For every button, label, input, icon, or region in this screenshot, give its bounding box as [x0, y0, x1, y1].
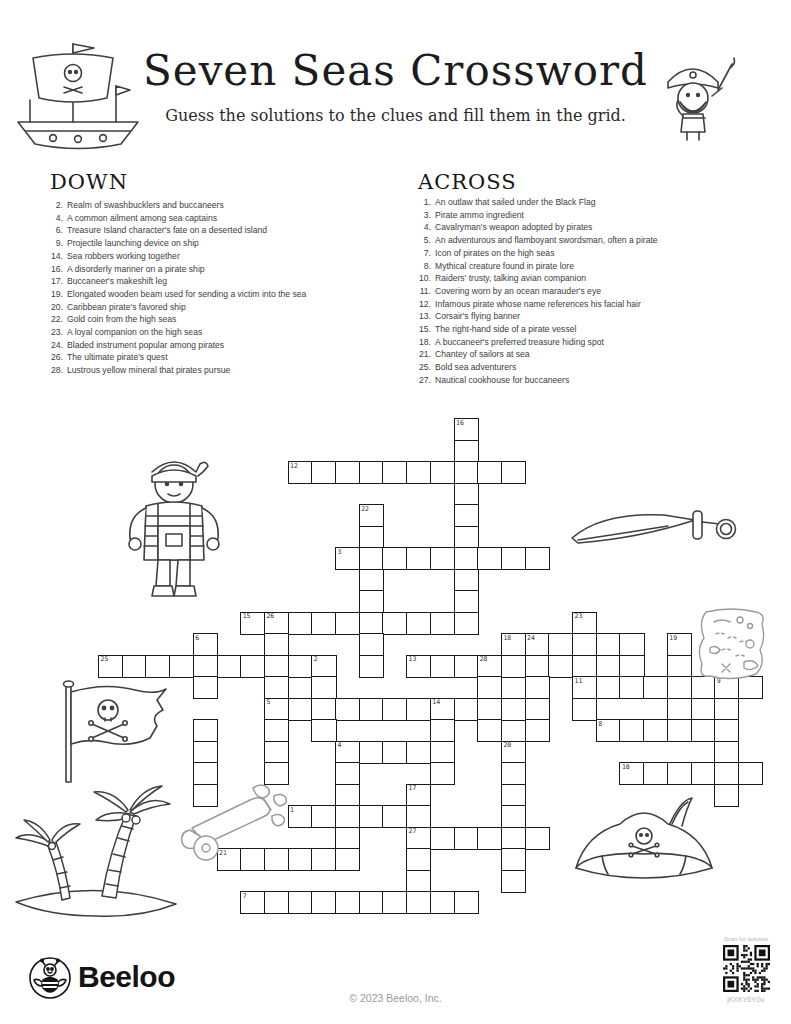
clue-number: 14.	[50, 250, 63, 263]
crossword-cell[interactable]	[667, 762, 692, 785]
crossword-cell[interactable]	[454, 612, 479, 635]
cannon-illustration	[176, 780, 294, 862]
crossword-cell[interactable]	[169, 655, 194, 678]
crossword-cell[interactable]	[691, 762, 716, 785]
clue-text: Projectile launching device on ship	[67, 237, 199, 250]
crossword-cell[interactable]	[501, 827, 526, 850]
crossword-cell[interactable]	[454, 483, 479, 506]
crossword-cell[interactable]: 20	[501, 741, 526, 764]
crossword-cell[interactable]	[311, 461, 336, 484]
crossword-cell[interactable]	[311, 612, 336, 635]
clue-item: 6.Treasure Island character's fate on a …	[50, 224, 395, 237]
clue-text: The ultimate pirate's quest	[67, 351, 168, 364]
crossword-cell[interactable]	[572, 655, 597, 678]
crossword-cell[interactable]	[477, 461, 502, 484]
cell-number: 12	[290, 463, 298, 470]
crossword-cell[interactable]	[454, 655, 479, 678]
crossword-cell[interactable]	[525, 655, 550, 678]
clue-number: 5.	[418, 234, 431, 247]
crossword-cell[interactable]	[240, 655, 265, 678]
crossword-cell[interactable]: 4	[335, 741, 360, 764]
crossword-cell[interactable]	[643, 762, 668, 785]
crossword-cell[interactable]	[359, 698, 384, 721]
crossword-cell[interactable]	[477, 719, 502, 742]
clue-item: 17.Buccaneer's makeshift leg	[50, 275, 395, 288]
crossword-cell[interactable]	[643, 676, 668, 699]
crossword-cell[interactable]: 27	[406, 827, 431, 850]
cell-number: 26	[266, 613, 274, 620]
pirate-sailor-illustration	[108, 442, 240, 604]
crossword-cell[interactable]: 12	[288, 461, 313, 484]
clue-number: 8.	[418, 260, 431, 273]
clue-text: Bold sea adventurers	[435, 361, 516, 374]
cell-number: 11	[575, 678, 583, 685]
copyright-text: © 2023 Beeloo, Inc.	[0, 992, 791, 1004]
crossword-cell[interactable]: 3	[335, 547, 360, 570]
crossword-cell[interactable]	[430, 719, 455, 742]
clue-text: Cavalryman's weapon adopted by pirates	[435, 221, 592, 234]
crossword-cell[interactable]	[382, 461, 407, 484]
clue-number: 9.	[50, 237, 63, 250]
crossword-cell[interactable]	[667, 698, 692, 721]
crossword-cell[interactable]	[382, 698, 407, 721]
clue-text: Treasure Island character's fate on a de…	[67, 224, 267, 237]
clue-number: 2.	[50, 199, 63, 212]
clue-item: 18.A buccaneer's preferred treasure hidi…	[418, 336, 783, 349]
crossword-cell[interactable]	[619, 719, 644, 742]
cell-number: 7	[243, 893, 247, 900]
clue-number: 19.	[50, 288, 63, 301]
cell-number: 15	[243, 613, 251, 620]
clue-item: 2.Realm of swashbucklers and buccaneers	[50, 199, 395, 212]
crossword-cell[interactable]	[454, 461, 479, 484]
crossword-cell[interactable]	[430, 655, 455, 678]
clue-item: 25.Bold sea adventurers	[418, 361, 783, 374]
crossword-cell[interactable]	[454, 590, 479, 613]
down-clues-list: 2.Realm of swashbucklers and buccaneers4…	[50, 199, 395, 377]
cell-number: 8	[598, 721, 602, 728]
crossword-cell[interactable]: 11	[572, 676, 597, 699]
cell-number: 28	[480, 656, 488, 663]
clue-number: 4.	[50, 212, 63, 225]
crossword-cell[interactable]	[335, 805, 360, 828]
crossword-cell[interactable]: 16	[454, 418, 479, 441]
crossword-cell[interactable]	[454, 698, 479, 721]
crossword-cell[interactable]	[193, 741, 218, 764]
clue-item: 16.A disorderly mariner on a pirate ship	[50, 263, 395, 276]
crossword-cell[interactable]	[691, 719, 716, 742]
clue-number: 26.	[50, 351, 63, 364]
clue-number: 28.	[50, 364, 63, 377]
clue-number: 23.	[50, 326, 63, 339]
crossword-cell[interactable]	[454, 827, 479, 850]
crossword-cell[interactable]	[525, 719, 550, 742]
crossword-cell[interactable]	[311, 719, 336, 742]
crossword-cell[interactable]	[264, 633, 289, 656]
crossword-cell[interactable]	[619, 655, 644, 678]
cutlass-illustration	[568, 498, 743, 564]
crossword-cell[interactable]	[359, 655, 384, 678]
crossword-cell[interactable]: 22	[359, 504, 384, 527]
crossword-cell[interactable]	[430, 762, 455, 785]
clue-item: 24.Bladed instrument popular among pirat…	[50, 339, 395, 352]
clue-item: 3.Pirate ammo ingredient	[418, 209, 783, 222]
clue-item: 9.Projectile launching device on ship	[50, 237, 395, 250]
crossword-cell[interactable]	[359, 805, 384, 828]
crossword-cell[interactable]	[217, 655, 242, 678]
cell-number: 17	[409, 785, 417, 792]
crossword-cell[interactable]	[382, 547, 407, 570]
clue-number: 20.	[50, 301, 63, 314]
clue-item: 22.Gold coin from the high seas	[50, 313, 395, 326]
crossword-cell[interactable]: 13	[406, 655, 431, 678]
clue-text: A loyal companion on the high seas	[67, 326, 202, 339]
cell-number: 3	[338, 549, 342, 556]
crossword-cell[interactable]	[572, 698, 597, 721]
clue-text: The right-hand side of a pirate vessel	[435, 323, 576, 336]
crossword-cell[interactable]	[335, 891, 360, 914]
crossword-cell[interactable]	[288, 612, 313, 635]
clue-item: 20.Caribbean pirate's favored ship	[50, 301, 395, 314]
crossword-cell[interactable]	[406, 805, 431, 828]
clue-item: 11.Covering worn by an ocean marauder's …	[418, 285, 783, 298]
clue-item: 28.Lustrous yellow mineral that pirates …	[50, 364, 395, 377]
crossword-cell[interactable]	[145, 655, 170, 678]
crossword-cell[interactable]: 24	[525, 633, 550, 656]
crossword-cell[interactable]	[667, 655, 692, 678]
crossword-cell[interactable]	[596, 676, 621, 699]
crossword-cell[interactable]: 8	[596, 719, 621, 742]
crossword-cell[interactable]	[359, 590, 384, 613]
crossword-cell[interactable]	[477, 698, 502, 721]
clue-text: A buccaneer's preferred treasure hiding …	[435, 336, 604, 349]
crossword-cell[interactable]	[501, 870, 526, 893]
crossword-cell[interactable]	[454, 526, 479, 549]
crossword-cell[interactable]	[406, 891, 431, 914]
clue-item: 15.The right-hand side of a pirate vesse…	[418, 323, 783, 336]
clue-number: 18.	[418, 336, 431, 349]
crossword-cell[interactable]	[714, 698, 739, 721]
crossword-cell[interactable]: 28	[477, 655, 502, 678]
worksheet-page: Seven Seas Crossword Guess the solutions…	[0, 0, 791, 1024]
clue-number: 22.	[50, 313, 63, 326]
clue-text: Pirate ammo ingredient	[435, 209, 524, 222]
crossword-cell[interactable]	[525, 827, 550, 850]
clue-item: 5.An adventurous and flamboyant swordsma…	[418, 234, 783, 247]
crossword-cell[interactable]	[596, 655, 621, 678]
crossword-cell[interactable]	[193, 719, 218, 742]
clue-item: 21.Chantey of sailors at sea	[418, 348, 783, 361]
clue-text: Covering worn by an ocean marauder's eye	[435, 285, 601, 298]
crossword-cell[interactable]	[525, 676, 550, 699]
crossword-cell[interactable]	[382, 612, 407, 635]
crossword-cell[interactable]	[738, 762, 763, 785]
pirate-captain-illustration	[652, 50, 738, 142]
crossword-cell[interactable]: 17	[406, 784, 431, 807]
clue-text: Buccaneer's makeshift leg	[67, 275, 167, 288]
treasure-map-illustration	[692, 604, 772, 686]
crossword-cell[interactable]: 23	[572, 612, 597, 635]
crossword-cell[interactable]: 5	[264, 698, 289, 721]
crossword-cell[interactable]	[430, 612, 455, 635]
crossword-cell[interactable]	[454, 504, 479, 527]
cell-number: 13	[409, 656, 417, 663]
crossword-cell[interactable]	[454, 569, 479, 592]
crossword-cell[interactable]	[454, 547, 479, 570]
crossword-cell[interactable]	[643, 719, 668, 742]
crossword-cell[interactable]	[359, 633, 384, 656]
cell-number: 25	[101, 656, 109, 663]
crossword-cell[interactable]	[288, 655, 313, 678]
cell-number: 27	[409, 828, 417, 835]
cell-number: 20	[503, 742, 511, 749]
crossword-cell[interactable]: 19	[667, 633, 692, 656]
crossword-cell[interactable]	[454, 891, 479, 914]
crossword-cell[interactable]	[406, 848, 431, 871]
clue-number: 15.	[418, 323, 431, 336]
clue-number: 13.	[418, 310, 431, 323]
crossword-cell[interactable]	[359, 569, 384, 592]
clue-text: An adventurous and flamboyant swordsman,…	[435, 234, 658, 247]
crossword-cell[interactable]	[501, 848, 526, 871]
clue-text: Sea robbers working together	[67, 250, 180, 263]
clue-item: 10.Raiders' trusty, talking avian compan…	[418, 272, 783, 285]
crossword-cell[interactable]	[359, 547, 384, 570]
crossword-cell[interactable]	[359, 461, 384, 484]
crossword-cell[interactable]	[477, 676, 502, 699]
crossword-cell[interactable]	[122, 655, 147, 678]
down-clues-header: DOWN	[50, 170, 128, 194]
crossword-cell[interactable]	[335, 784, 360, 807]
crossword-cell[interactable]	[501, 784, 526, 807]
clue-text: Elongated wooden beam used for sending a…	[67, 288, 306, 301]
crossword-cell[interactable]	[359, 526, 384, 549]
crossword-cell[interactable]	[430, 891, 455, 914]
cell-number: 4	[338, 742, 342, 749]
clue-number: 3.	[418, 209, 431, 222]
solution-code: jKXKY6YGv	[700, 996, 791, 1003]
crossword-cell[interactable]	[430, 461, 455, 484]
crossword-cell[interactable]	[430, 547, 455, 570]
crossword-cell[interactable]	[548, 633, 573, 656]
crossword-cell[interactable]	[335, 461, 360, 484]
clue-text: Nautical cookhouse for buccaneers	[435, 374, 569, 387]
clue-item: 7.Icon of pirates on the high seas	[418, 247, 783, 260]
crossword-cell[interactable]: 14	[430, 698, 455, 721]
crossword-cell[interactable]: 26	[264, 612, 289, 635]
clue-text: A disorderly mariner on a pirate ship	[67, 263, 205, 276]
crossword-cell[interactable]	[714, 719, 739, 742]
crossword-cell[interactable]	[619, 633, 644, 656]
clue-text: Raiders' trusty, talking avian companion	[435, 272, 586, 285]
clue-item: 26.The ultimate pirate's quest	[50, 351, 395, 364]
clue-item: 27.Nautical cookhouse for buccaneers	[418, 374, 783, 387]
crossword-cell[interactable]	[454, 440, 479, 463]
cell-number: 16	[456, 420, 464, 427]
clue-number: 4.	[418, 221, 431, 234]
crossword-cell[interactable]: 2	[311, 655, 336, 678]
crossword-cell[interactable]: 7	[240, 891, 265, 914]
crossword-cell[interactable]	[335, 698, 360, 721]
crossword-cell[interactable]	[382, 891, 407, 914]
clue-text: A common ailment among sea captains	[67, 212, 217, 225]
cell-number: 24	[527, 635, 535, 642]
crossword-cell[interactable]	[406, 461, 431, 484]
clue-number: 27.	[418, 374, 431, 387]
clue-number: 17.	[50, 275, 63, 288]
crossword-cell[interactable]	[430, 827, 455, 850]
clue-number: 12.	[418, 298, 431, 311]
crossword-cell[interactable]: 18	[501, 633, 526, 656]
clue-item: 19.Elongated wooden beam used for sendin…	[50, 288, 395, 301]
crossword-cell[interactable]: 25	[98, 655, 123, 678]
clue-item: 13.Corsair's flying banner	[418, 310, 783, 323]
crossword-cell[interactable]	[288, 891, 313, 914]
pirate-hat-illustration	[568, 794, 720, 886]
crossword-cell[interactable]	[501, 805, 526, 828]
cell-number: 14	[432, 699, 440, 706]
crossword-cell[interactable]	[406, 741, 431, 764]
crossword-cell[interactable]	[501, 461, 526, 484]
crossword-cell[interactable]	[477, 547, 502, 570]
crossword-cell[interactable]	[311, 891, 336, 914]
palm-island-illustration	[10, 780, 182, 922]
crossword-cell[interactable]	[359, 741, 384, 764]
crossword-cell[interactable]	[667, 719, 692, 742]
crossword-cell[interactable]	[406, 612, 431, 635]
crossword-cell[interactable]	[501, 655, 526, 678]
crossword-cell[interactable]	[406, 547, 431, 570]
clue-item: 8.Mythical creature found in pirate lore	[418, 260, 783, 273]
crossword-cell[interactable]	[525, 698, 550, 721]
crossword-cell[interactable]	[264, 676, 289, 699]
clue-number: 1.	[418, 196, 431, 209]
clue-text: Infamous pirate whose name references hi…	[435, 298, 641, 311]
clue-item: 4.A common ailment among sea captains	[50, 212, 395, 225]
crossword-cell[interactable]	[477, 827, 502, 850]
crossword-cell[interactable]	[311, 805, 336, 828]
across-clues-list: 1.An outlaw that sailed under the Black …	[418, 196, 783, 387]
clue-text: Mythical creature found in pirate lore	[435, 260, 574, 273]
cell-number: 23	[575, 613, 583, 620]
crossword-cell[interactable]	[359, 891, 384, 914]
crossword-cell[interactable]	[714, 762, 739, 785]
clue-item: 4.Cavalryman's weapon adopted by pirates	[418, 221, 783, 234]
crossword-cell[interactable]	[501, 762, 526, 785]
clue-text: Icon of pirates on the high seas	[435, 247, 554, 260]
crossword-cell[interactable]	[311, 698, 336, 721]
crossword-cell[interactable]	[359, 612, 384, 635]
clue-item: 12.Infamous pirate whose name references…	[418, 298, 783, 311]
cell-number: 18	[503, 635, 511, 642]
crossword-cell[interactable]	[335, 762, 360, 785]
crossword-cell[interactable]	[525, 547, 550, 570]
crossword-cell[interactable]	[382, 741, 407, 764]
clue-text: Realm of swashbucklers and buccaneers	[67, 199, 224, 212]
clue-item: 14.Sea robbers working together	[50, 250, 395, 263]
crossword-cell[interactable]: 6	[193, 633, 218, 656]
cell-number: 10	[622, 764, 630, 771]
scan-for-solution-label: Scan for solution	[700, 936, 791, 942]
crossword-cell[interactable]	[382, 805, 407, 828]
crossword-cell[interactable]	[667, 676, 692, 699]
crossword-cell[interactable]	[193, 655, 218, 678]
crossword-cell[interactable]: 10	[619, 762, 644, 785]
crossword-cell[interactable]	[572, 633, 597, 656]
clue-number: 10.	[418, 272, 431, 285]
clue-number: 11.	[418, 285, 431, 298]
clue-text: Bladed instrument popular among pirates	[67, 339, 224, 352]
cell-number: 5	[266, 699, 270, 706]
crossword-cell[interactable]	[311, 676, 336, 699]
clue-text: Corsair's flying banner	[435, 310, 520, 323]
clue-text: Gold coin from the high seas	[67, 313, 176, 326]
cell-number: 6	[195, 635, 199, 642]
clue-number: 16.	[50, 263, 63, 276]
cell-number: 22	[361, 506, 369, 513]
crossword-cell[interactable]	[335, 612, 360, 635]
crossword-cell[interactable]	[264, 719, 289, 742]
clue-number: 21.	[418, 348, 431, 361]
crossword-cell[interactable]: 15	[240, 612, 265, 635]
crossword-cell[interactable]	[264, 891, 289, 914]
qr-code[interactable]	[723, 945, 770, 992]
clue-text: Chantey of sailors at sea	[435, 348, 530, 361]
cell-number: 2	[314, 656, 318, 663]
crossword-cell[interactable]	[288, 698, 313, 721]
crossword-cell[interactable]	[406, 698, 431, 721]
clue-number: 25.	[418, 361, 431, 374]
clue-item: 23.A loyal companion on the high seas	[50, 326, 395, 339]
clue-number: 6.	[50, 224, 63, 237]
crossword-cell[interactable]	[714, 741, 739, 764]
crossword-cell[interactable]	[264, 655, 289, 678]
pirate-ship-illustration	[8, 36, 148, 158]
crossword-cell[interactable]	[335, 848, 360, 871]
clue-text: An outlaw that sailed under the Black Fl…	[435, 196, 596, 209]
crossword-cell[interactable]	[501, 547, 526, 570]
crossword-cell[interactable]	[501, 698, 526, 721]
clue-number: 7.	[418, 247, 431, 260]
crossword-cell[interactable]	[430, 741, 455, 764]
crossword-cell[interactable]	[335, 827, 360, 850]
crossword-cell[interactable]	[596, 633, 621, 656]
clue-item: 1.An outlaw that sailed under the Black …	[418, 196, 783, 209]
crossword-cell[interactable]	[311, 848, 336, 871]
crossword-cell[interactable]	[548, 655, 573, 678]
across-clues-header: ACROSS	[418, 170, 517, 194]
crossword-cell[interactable]	[264, 741, 289, 764]
crossword-cell[interactable]	[619, 676, 644, 699]
crossword-cell[interactable]	[406, 870, 431, 893]
clue-text: Caribbean pirate's favored ship	[67, 301, 186, 314]
pirate-flag-illustration	[60, 676, 172, 788]
cell-number: 19	[669, 635, 677, 642]
brand-name: Beeloo	[78, 960, 175, 994]
clue-number: 24.	[50, 339, 63, 352]
crossword-cell[interactable]	[193, 676, 218, 699]
clue-text: Lustrous yellow mineral that pirates pur…	[67, 364, 230, 377]
